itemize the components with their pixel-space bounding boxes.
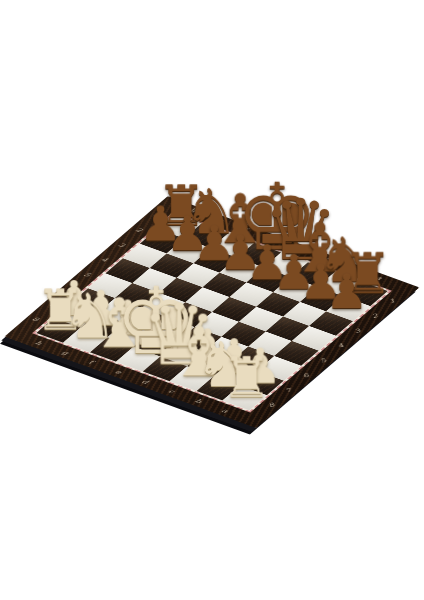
black-pawn[interactable]: ♟ <box>325 269 357 315</box>
chess-board: ♜♞♝♚♛♝♞♜♟♟♟♟♟♟♟♟♟♟♟♟♟♟♟♟♜♞♝♚♛♝♞♜ hgfedcb… <box>5 196 420 428</box>
file-label-bottom-a: a <box>220 408 229 414</box>
board-frame-line: ♜♞♝♚♛♝♞♜♟♟♟♟♟♟♟♟♟♟♟♟♟♟♟♟♜♞♝♚♛♝♞♜ <box>32 211 392 412</box>
rank-label-left-4: 4 <box>99 257 109 263</box>
rank-label-right-6: 6 <box>302 373 311 379</box>
file-label-bottom-b: b <box>193 398 203 404</box>
file-label-bottom-h: h <box>34 340 44 346</box>
rank-label-right-3: 3 <box>354 328 363 334</box>
file-label-bottom-g: g <box>60 350 70 356</box>
squares-grid: ♜♞♝♚♛♝♞♜♟♟♟♟♟♟♟♟♟♟♟♟♟♟♟♟♜♞♝♚♛♝♞♜ <box>36 214 387 410</box>
file-label-bottom-c: c <box>167 389 176 395</box>
rank-label-right-7: 7 <box>285 388 294 394</box>
white-rook[interactable]: ♜ <box>222 351 254 404</box>
file-label-bottom-f: f <box>87 360 95 365</box>
file-label-bottom-e: e <box>113 369 122 375</box>
rank-label-right-4: 4 <box>337 343 346 349</box>
rank-label-left-3: 3 <box>117 242 127 248</box>
rank-label-right-2: 2 <box>371 313 380 319</box>
rank-label-right-5: 5 <box>319 358 328 364</box>
square-a8[interactable]: ♜ <box>223 386 267 411</box>
file-label-bottom-d: d <box>140 379 150 385</box>
